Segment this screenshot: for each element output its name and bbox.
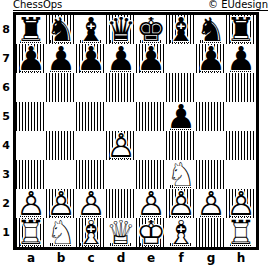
square-d1[interactable]: ♛♕ [106, 218, 136, 247]
square-f6[interactable] [166, 73, 196, 102]
file-label-c: c [76, 251, 106, 265]
square-g1[interactable] [196, 218, 226, 247]
piece-base-shadow [170, 127, 192, 130]
piece-base-shadow [20, 214, 42, 217]
rank-label-7: 7 [0, 44, 12, 73]
app-title: ChessOps [13, 0, 62, 10]
square-h8[interactable]: ♜ [226, 15, 256, 44]
piece-base-shadow [50, 243, 72, 246]
piece-base-shadow [80, 40, 102, 43]
rank-label-8: 8 [0, 15, 12, 44]
piece-base-shadow [170, 214, 192, 217]
piece-base-shadow [50, 214, 72, 217]
piece-base-shadow [140, 69, 162, 72]
square-h3[interactable] [226, 160, 256, 189]
file-label-b: b [46, 251, 76, 265]
square-g3[interactable] [196, 160, 226, 189]
square-f8[interactable]: ♝ [166, 15, 196, 44]
square-e2[interactable]: ♟♙ [136, 189, 166, 218]
file-label-a: a [16, 251, 46, 265]
square-b8[interactable]: ♞ [46, 15, 76, 44]
square-a6[interactable] [16, 73, 46, 102]
square-b6[interactable] [46, 73, 76, 102]
square-a1[interactable]: ♜♖ [16, 218, 46, 247]
piece-base-shadow [110, 40, 132, 43]
square-c1[interactable]: ♝♗ [76, 218, 106, 247]
piece-base-shadow [140, 243, 162, 246]
square-f5[interactable]: ♟ [166, 102, 196, 131]
square-b5[interactable] [46, 102, 76, 131]
square-b3[interactable] [46, 160, 76, 189]
rank-label-6: 6 [0, 73, 12, 102]
piece-base-shadow [80, 243, 102, 246]
square-h1[interactable]: ♜♖ [226, 218, 256, 247]
square-d2[interactable] [106, 189, 136, 218]
square-d3[interactable] [106, 160, 136, 189]
piece-base-shadow [170, 40, 192, 43]
square-a5[interactable] [16, 102, 46, 131]
square-g6[interactable] [196, 73, 226, 102]
square-e6[interactable] [136, 73, 166, 102]
square-e1[interactable]: ♚♔ [136, 218, 166, 247]
square-d8[interactable]: ♛ [106, 15, 136, 44]
square-e5[interactable] [136, 102, 166, 131]
square-f4[interactable] [166, 131, 196, 160]
square-e8[interactable]: ♚ [136, 15, 166, 44]
piece-base-shadow [200, 69, 222, 72]
square-h7[interactable]: ♟ [226, 44, 256, 73]
file-label-d: d [106, 251, 136, 265]
credit-text: © EUdesign [208, 0, 268, 10]
square-c2[interactable]: ♟♙ [76, 189, 106, 218]
square-e3[interactable] [136, 160, 166, 189]
square-a8[interactable]: ♜ [16, 15, 46, 44]
square-a3[interactable] [16, 160, 46, 189]
square-d7[interactable]: ♟ [106, 44, 136, 73]
square-f1[interactable]: ♝♗ [166, 218, 196, 247]
square-g5[interactable] [196, 102, 226, 131]
square-d6[interactable] [106, 73, 136, 102]
piece-base-shadow [20, 69, 42, 72]
square-f2[interactable]: ♟♙ [166, 189, 196, 218]
square-f3[interactable]: ♞♘ [166, 160, 196, 189]
piece-base-shadow [50, 40, 72, 43]
piece-base-shadow [170, 243, 192, 246]
square-d4[interactable]: ♟♙ [106, 131, 136, 160]
square-b4[interactable] [46, 131, 76, 160]
square-c8[interactable]: ♝ [76, 15, 106, 44]
piece-base-shadow [140, 214, 162, 217]
square-c3[interactable] [76, 160, 106, 189]
chessops-window: ChessOps © EUdesign ♜♞♝♛♚♝♞♜♟♟♟♟♟♟♟♟♟♙♞♘… [0, 0, 270, 270]
square-h6[interactable] [226, 73, 256, 102]
piece-base-shadow [140, 40, 162, 43]
rank-label-2: 2 [0, 189, 12, 218]
square-a2[interactable]: ♟♙ [16, 189, 46, 218]
square-h4[interactable] [226, 131, 256, 160]
square-b7[interactable]: ♟ [46, 44, 76, 73]
rank-label-3: 3 [0, 160, 12, 189]
square-c4[interactable] [76, 131, 106, 160]
square-e7[interactable]: ♟ [136, 44, 166, 73]
square-c7[interactable]: ♟ [76, 44, 106, 73]
piece-base-shadow [80, 69, 102, 72]
square-f7[interactable] [166, 44, 196, 73]
piece-base-shadow [200, 40, 222, 43]
piece-base-shadow [200, 214, 222, 217]
rank-label-5: 5 [0, 102, 12, 131]
file-label-f: f [166, 251, 196, 265]
square-g7[interactable]: ♟ [196, 44, 226, 73]
piece-base-shadow [20, 40, 42, 43]
square-c5[interactable] [76, 102, 106, 131]
square-a4[interactable] [16, 131, 46, 160]
square-h5[interactable] [226, 102, 256, 131]
file-label-e: e [136, 251, 166, 265]
piece-base-shadow [80, 214, 102, 217]
header-rule [13, 10, 268, 11]
file-label-g: g [196, 251, 226, 265]
square-c6[interactable] [76, 73, 106, 102]
piece-base-shadow [230, 69, 252, 72]
rank-label-4: 4 [0, 131, 12, 160]
piece-base-shadow [230, 40, 252, 43]
square-g8[interactable]: ♞ [196, 15, 226, 44]
piece-base-shadow [20, 243, 42, 246]
piece-base-shadow [50, 69, 72, 72]
square-d5[interactable] [106, 102, 136, 131]
square-e4[interactable] [136, 131, 166, 160]
square-h2[interactable]: ♟♙ [226, 189, 256, 218]
piece-base-shadow [110, 156, 132, 159]
chess-board: ♜♞♝♛♚♝♞♜♟♟♟♟♟♟♟♟♟♙♞♘♟♙♟♙♟♙♟♙♟♙♟♙♟♙♜♖♞♘♝♗… [13, 12, 259, 250]
piece-base-shadow [230, 243, 252, 246]
piece-base-shadow [110, 69, 132, 72]
rank-label-1: 1 [0, 218, 12, 247]
square-g2[interactable]: ♟♙ [196, 189, 226, 218]
piece-base-shadow [170, 185, 192, 188]
square-b1[interactable]: ♞♘ [46, 218, 76, 247]
piece-base-shadow [230, 214, 252, 217]
square-b2[interactable]: ♟♙ [46, 189, 76, 218]
square-a7[interactable]: ♟ [16, 44, 46, 73]
piece-base-shadow [110, 243, 132, 246]
file-label-h: h [226, 251, 256, 265]
square-g4[interactable] [196, 131, 226, 160]
